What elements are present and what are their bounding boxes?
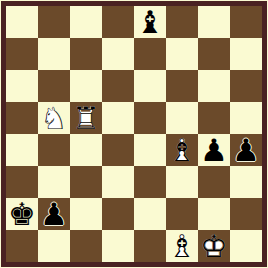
square-e1[interactable]: [134, 230, 166, 262]
square-e3[interactable]: [134, 166, 166, 198]
square-e6[interactable]: [134, 70, 166, 102]
square-f5[interactable]: [166, 102, 198, 134]
square-h5[interactable]: [230, 102, 262, 134]
square-c8[interactable]: [70, 6, 102, 38]
square-h4[interactable]: ♟: [230, 134, 262, 166]
square-a4[interactable]: [6, 134, 38, 166]
chess-board[interactable]: ♝♞♘♜♖♝♗♟♟♚♟♝♗♚♔: [6, 6, 262, 262]
square-b1[interactable]: [38, 230, 70, 262]
chessboard-frame: ♝♞♘♜♖♝♗♟♟♚♟♝♗♚♔: [0, 0, 268, 268]
square-c1[interactable]: [70, 230, 102, 262]
square-h7[interactable]: [230, 38, 262, 70]
square-h2[interactable]: [230, 198, 262, 230]
square-a2[interactable]: ♚: [6, 198, 38, 230]
piece-white-knight[interactable]: ♞♘: [38, 102, 70, 134]
square-g5[interactable]: [198, 102, 230, 134]
square-d8[interactable]: [102, 6, 134, 38]
square-c5[interactable]: ♜♖: [70, 102, 102, 134]
square-b3[interactable]: [38, 166, 70, 198]
square-d6[interactable]: [102, 70, 134, 102]
square-a3[interactable]: [6, 166, 38, 198]
square-e5[interactable]: [134, 102, 166, 134]
square-f6[interactable]: [166, 70, 198, 102]
square-c3[interactable]: [70, 166, 102, 198]
square-g3[interactable]: [198, 166, 230, 198]
square-g7[interactable]: [198, 38, 230, 70]
square-b8[interactable]: [38, 6, 70, 38]
square-f1[interactable]: ♝♗: [166, 230, 198, 262]
square-f4[interactable]: ♝♗: [166, 134, 198, 166]
square-g6[interactable]: [198, 70, 230, 102]
square-h6[interactable]: [230, 70, 262, 102]
square-b2[interactable]: ♟: [38, 198, 70, 230]
square-a6[interactable]: [6, 70, 38, 102]
piece-black-pawn[interactable]: ♟: [230, 134, 262, 166]
square-c2[interactable]: [70, 198, 102, 230]
square-h8[interactable]: [230, 6, 262, 38]
square-e2[interactable]: [134, 198, 166, 230]
square-c4[interactable]: [70, 134, 102, 166]
square-c7[interactable]: [70, 38, 102, 70]
square-f2[interactable]: [166, 198, 198, 230]
square-d3[interactable]: [102, 166, 134, 198]
square-g2[interactable]: [198, 198, 230, 230]
square-f8[interactable]: [166, 6, 198, 38]
square-b7[interactable]: [38, 38, 70, 70]
piece-white-king[interactable]: ♚♔: [198, 230, 230, 262]
square-a8[interactable]: [6, 6, 38, 38]
piece-white-bishop[interactable]: ♝♗: [166, 230, 198, 262]
square-d2[interactable]: [102, 198, 134, 230]
square-d7[interactable]: [102, 38, 134, 70]
piece-black-pawn[interactable]: ♟: [38, 198, 70, 230]
square-a7[interactable]: [6, 38, 38, 70]
piece-black-pawn[interactable]: ♟: [198, 134, 230, 166]
square-b4[interactable]: [38, 134, 70, 166]
piece-white-rook[interactable]: ♜♖: [70, 102, 102, 134]
square-b6[interactable]: [38, 70, 70, 102]
square-b5[interactable]: ♞♘: [38, 102, 70, 134]
square-f3[interactable]: [166, 166, 198, 198]
square-g8[interactable]: [198, 6, 230, 38]
square-a5[interactable]: [6, 102, 38, 134]
square-g4[interactable]: ♟: [198, 134, 230, 166]
square-d4[interactable]: [102, 134, 134, 166]
piece-black-bishop[interactable]: ♝: [134, 6, 166, 38]
square-g1[interactable]: ♚♔: [198, 230, 230, 262]
square-h1[interactable]: [230, 230, 262, 262]
square-e8[interactable]: ♝: [134, 6, 166, 38]
square-c6[interactable]: [70, 70, 102, 102]
piece-white-bishop[interactable]: ♝♗: [166, 134, 198, 166]
chessboard-border: ♝♞♘♜♖♝♗♟♟♚♟♝♗♚♔: [1, 1, 267, 267]
square-h3[interactable]: [230, 166, 262, 198]
square-d1[interactable]: [102, 230, 134, 262]
square-a1[interactable]: [6, 230, 38, 262]
square-e7[interactable]: [134, 38, 166, 70]
square-d5[interactable]: [102, 102, 134, 134]
piece-black-king[interactable]: ♚: [6, 198, 38, 230]
square-e4[interactable]: [134, 134, 166, 166]
square-f7[interactable]: [166, 38, 198, 70]
